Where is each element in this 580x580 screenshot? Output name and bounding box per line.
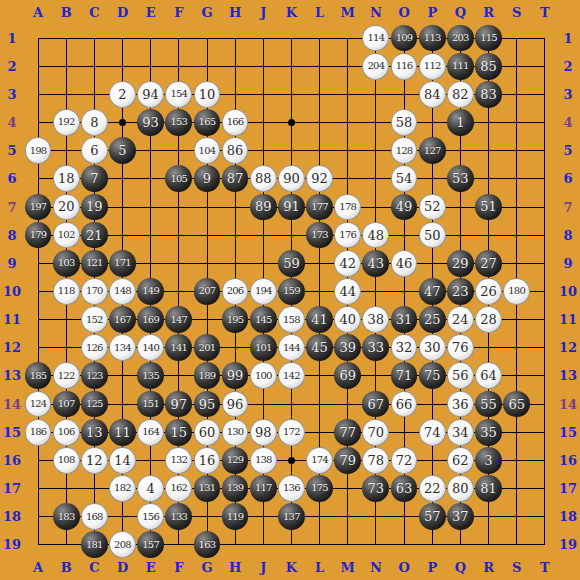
intersection-G6[interactable]: 9 [193,165,221,193]
intersection-S10[interactable]: 180 [503,277,531,305]
intersection-O6[interactable]: 54 [390,165,418,193]
intersection-T7[interactable] [531,193,559,221]
intersection-Q10[interactable]: 23 [446,277,474,305]
intersection-Q3[interactable]: 82 [446,80,474,108]
intersection-P19[interactable] [418,531,446,559]
intersection-E7[interactable] [137,193,165,221]
intersection-L13[interactable] [306,362,334,390]
intersection-B12[interactable] [52,334,80,362]
intersection-P17[interactable]: 22 [418,475,446,503]
intersection-E9[interactable] [137,249,165,277]
intersection-B15[interactable]: 106 [52,418,80,446]
intersection-J6[interactable]: 88 [249,165,277,193]
intersection-J16[interactable]: 138 [249,446,277,474]
intersection-T19[interactable] [531,531,559,559]
intersection-G7[interactable] [193,193,221,221]
intersection-L9[interactable] [306,249,334,277]
intersection-M8[interactable]: 176 [334,221,362,249]
intersection-J11[interactable]: 145 [249,306,277,334]
intersection-B13[interactable]: 122 [52,362,80,390]
intersection-L10[interactable] [306,277,334,305]
intersection-S7[interactable] [503,193,531,221]
intersection-F1[interactable] [165,24,193,52]
intersection-D8[interactable] [108,221,136,249]
intersection-Q14[interactable]: 36 [446,390,474,418]
intersection-P15[interactable]: 74 [418,418,446,446]
intersection-E19[interactable]: 157 [137,531,165,559]
intersection-O3[interactable] [390,80,418,108]
intersection-N6[interactable] [362,165,390,193]
intersection-O11[interactable]: 31 [390,306,418,334]
intersection-H16[interactable]: 129 [221,446,249,474]
intersection-T12[interactable] [531,334,559,362]
intersection-R15[interactable]: 35 [475,418,503,446]
intersection-K8[interactable] [277,221,305,249]
intersection-T2[interactable] [531,52,559,80]
intersection-O4[interactable]: 58 [390,108,418,136]
intersection-P10[interactable]: 47 [418,277,446,305]
intersection-F19[interactable] [165,531,193,559]
intersection-Q1[interactable]: 203 [446,24,474,52]
intersection-T15[interactable] [531,418,559,446]
intersection-C5[interactable]: 6 [80,137,108,165]
intersection-M10[interactable]: 44 [334,277,362,305]
intersection-Q11[interactable]: 24 [446,306,474,334]
intersection-R1[interactable]: 115 [475,24,503,52]
intersection-F10[interactable] [165,277,193,305]
intersection-S6[interactable] [503,165,531,193]
intersection-T13[interactable] [531,362,559,390]
intersection-C19[interactable]: 181 [80,531,108,559]
intersection-C9[interactable]: 121 [80,249,108,277]
intersection-B9[interactable]: 103 [52,249,80,277]
intersection-S3[interactable] [503,80,531,108]
intersection-B8[interactable]: 102 [52,221,80,249]
intersection-R3[interactable]: 83 [475,80,503,108]
intersection-D4[interactable] [108,108,136,136]
intersection-N8[interactable]: 48 [362,221,390,249]
intersection-R8[interactable] [475,221,503,249]
intersection-T1[interactable] [531,24,559,52]
intersection-N15[interactable]: 70 [362,418,390,446]
intersection-G10[interactable]: 207 [193,277,221,305]
intersection-O2[interactable]: 116 [390,52,418,80]
intersection-H14[interactable]: 96 [221,390,249,418]
intersection-F8[interactable] [165,221,193,249]
intersection-B7[interactable]: 20 [52,193,80,221]
intersection-L5[interactable] [306,137,334,165]
intersection-O17[interactable]: 63 [390,475,418,503]
intersection-R9[interactable]: 27 [475,249,503,277]
intersection-A13[interactable]: 185 [24,362,52,390]
intersection-T14[interactable] [531,390,559,418]
intersection-D2[interactable] [108,52,136,80]
intersection-C12[interactable]: 126 [80,334,108,362]
intersection-O12[interactable]: 32 [390,334,418,362]
intersection-K12[interactable]: 144 [277,334,305,362]
intersection-L17[interactable]: 175 [306,475,334,503]
intersection-G16[interactable]: 16 [193,446,221,474]
intersection-C2[interactable] [80,52,108,80]
intersection-N17[interactable]: 73 [362,475,390,503]
intersection-E14[interactable]: 151 [137,390,165,418]
intersection-M15[interactable]: 77 [334,418,362,446]
intersection-L3[interactable] [306,80,334,108]
intersection-R7[interactable]: 51 [475,193,503,221]
intersection-S13[interactable] [503,362,531,390]
intersection-E15[interactable]: 164 [137,418,165,446]
intersection-C7[interactable]: 19 [80,193,108,221]
intersection-E2[interactable] [137,52,165,80]
intersection-R6[interactable] [475,165,503,193]
intersection-Q12[interactable]: 76 [446,334,474,362]
intersection-P16[interactable] [418,446,446,474]
intersection-A18[interactable] [24,503,52,531]
intersection-K14[interactable] [277,390,305,418]
intersection-J13[interactable]: 100 [249,362,277,390]
intersection-H19[interactable] [221,531,249,559]
intersection-Q4[interactable]: 1 [446,108,474,136]
intersection-D11[interactable]: 167 [108,306,136,334]
intersection-A14[interactable]: 124 [24,390,52,418]
intersection-S19[interactable] [503,531,531,559]
intersection-F13[interactable] [165,362,193,390]
intersection-C18[interactable]: 168 [80,503,108,531]
intersection-A16[interactable] [24,446,52,474]
intersection-A4[interactable] [24,108,52,136]
intersection-R2[interactable]: 85 [475,52,503,80]
intersection-C14[interactable]: 125 [80,390,108,418]
intersection-G9[interactable] [193,249,221,277]
intersection-T3[interactable] [531,80,559,108]
intersection-F7[interactable] [165,193,193,221]
intersection-Q5[interactable] [446,137,474,165]
intersection-P11[interactable]: 25 [418,306,446,334]
intersection-H6[interactable]: 87 [221,165,249,193]
intersection-A3[interactable] [24,80,52,108]
intersection-O19[interactable] [390,531,418,559]
intersection-D5[interactable]: 5 [108,137,136,165]
intersection-H1[interactable] [221,24,249,52]
intersection-B5[interactable] [52,137,80,165]
intersection-N5[interactable] [362,137,390,165]
intersection-T17[interactable] [531,475,559,503]
go-board[interactable]: 1141091132031152041161121118529415410848… [24,24,559,559]
intersection-E18[interactable]: 156 [137,503,165,531]
intersection-D9[interactable]: 171 [108,249,136,277]
intersection-N13[interactable] [362,362,390,390]
intersection-Q18[interactable]: 37 [446,503,474,531]
intersection-Q6[interactable]: 53 [446,165,474,193]
intersection-P8[interactable]: 50 [418,221,446,249]
intersection-T6[interactable] [531,165,559,193]
intersection-E3[interactable]: 94 [137,80,165,108]
intersection-N14[interactable]: 67 [362,390,390,418]
intersection-K7[interactable]: 91 [277,193,305,221]
intersection-D17[interactable]: 182 [108,475,136,503]
intersection-K2[interactable] [277,52,305,80]
intersection-F16[interactable]: 132 [165,446,193,474]
intersection-L15[interactable] [306,418,334,446]
intersection-K10[interactable]: 159 [277,277,305,305]
intersection-M19[interactable] [334,531,362,559]
intersection-C8[interactable]: 21 [80,221,108,249]
intersection-E11[interactable]: 169 [137,306,165,334]
intersection-L12[interactable]: 45 [306,334,334,362]
intersection-L18[interactable] [306,503,334,531]
intersection-K4[interactable] [277,108,305,136]
intersection-K3[interactable] [277,80,305,108]
intersection-C16[interactable]: 12 [80,446,108,474]
intersection-G13[interactable]: 189 [193,362,221,390]
intersection-N18[interactable] [362,503,390,531]
intersection-C6[interactable]: 7 [80,165,108,193]
intersection-C17[interactable] [80,475,108,503]
intersection-F9[interactable] [165,249,193,277]
intersection-M5[interactable] [334,137,362,165]
intersection-E13[interactable]: 135 [137,362,165,390]
intersection-K6[interactable]: 90 [277,165,305,193]
intersection-P4[interactable] [418,108,446,136]
intersection-L14[interactable] [306,390,334,418]
intersection-A17[interactable] [24,475,52,503]
intersection-L19[interactable] [306,531,334,559]
intersection-P2[interactable]: 112 [418,52,446,80]
intersection-H13[interactable]: 99 [221,362,249,390]
intersection-J8[interactable] [249,221,277,249]
intersection-C1[interactable] [80,24,108,52]
intersection-J17[interactable]: 117 [249,475,277,503]
intersection-R14[interactable]: 55 [475,390,503,418]
intersection-M6[interactable] [334,165,362,193]
intersection-D6[interactable] [108,165,136,193]
intersection-Q16[interactable]: 62 [446,446,474,474]
intersection-D10[interactable]: 148 [108,277,136,305]
intersection-B16[interactable]: 108 [52,446,80,474]
intersection-G1[interactable] [193,24,221,52]
intersection-A10[interactable] [24,277,52,305]
intersection-H18[interactable]: 119 [221,503,249,531]
intersection-M13[interactable]: 69 [334,362,362,390]
intersection-S18[interactable] [503,503,531,531]
intersection-E4[interactable]: 93 [137,108,165,136]
intersection-H5[interactable]: 86 [221,137,249,165]
intersection-C10[interactable]: 170 [80,277,108,305]
intersection-G12[interactable]: 201 [193,334,221,362]
intersection-P13[interactable]: 75 [418,362,446,390]
intersection-H15[interactable]: 130 [221,418,249,446]
intersection-N7[interactable] [362,193,390,221]
intersection-J7[interactable]: 89 [249,193,277,221]
intersection-O13[interactable]: 71 [390,362,418,390]
intersection-K11[interactable]: 158 [277,306,305,334]
intersection-N1[interactable]: 114 [362,24,390,52]
intersection-B18[interactable]: 183 [52,503,80,531]
intersection-D15[interactable]: 11 [108,418,136,446]
intersection-P9[interactable] [418,249,446,277]
intersection-N2[interactable]: 204 [362,52,390,80]
intersection-A7[interactable]: 197 [24,193,52,221]
intersection-N9[interactable]: 43 [362,249,390,277]
intersection-R10[interactable]: 26 [475,277,503,305]
intersection-L1[interactable] [306,24,334,52]
intersection-J1[interactable] [249,24,277,52]
intersection-J2[interactable] [249,52,277,80]
intersection-K9[interactable]: 59 [277,249,305,277]
intersection-D3[interactable]: 2 [108,80,136,108]
intersection-K17[interactable]: 136 [277,475,305,503]
intersection-B2[interactable] [52,52,80,80]
intersection-D14[interactable] [108,390,136,418]
intersection-P3[interactable]: 84 [418,80,446,108]
intersection-N12[interactable]: 33 [362,334,390,362]
intersection-F14[interactable]: 97 [165,390,193,418]
intersection-D16[interactable]: 14 [108,446,136,474]
intersection-F11[interactable]: 147 [165,306,193,334]
intersection-E1[interactable] [137,24,165,52]
intersection-E6[interactable] [137,165,165,193]
intersection-G19[interactable]: 163 [193,531,221,559]
intersection-N16[interactable]: 78 [362,446,390,474]
intersection-O15[interactable] [390,418,418,446]
intersection-A6[interactable] [24,165,52,193]
intersection-N4[interactable] [362,108,390,136]
intersection-F17[interactable]: 162 [165,475,193,503]
intersection-P12[interactable]: 30 [418,334,446,362]
intersection-L6[interactable]: 92 [306,165,334,193]
intersection-H9[interactable] [221,249,249,277]
intersection-H2[interactable] [221,52,249,80]
intersection-D13[interactable] [108,362,136,390]
intersection-C11[interactable]: 152 [80,306,108,334]
intersection-A15[interactable]: 186 [24,418,52,446]
intersection-O9[interactable]: 46 [390,249,418,277]
intersection-E17[interactable]: 4 [137,475,165,503]
intersection-O14[interactable]: 66 [390,390,418,418]
intersection-R11[interactable]: 28 [475,306,503,334]
intersection-P14[interactable] [418,390,446,418]
intersection-M18[interactable] [334,503,362,531]
intersection-B17[interactable] [52,475,80,503]
intersection-M11[interactable]: 40 [334,306,362,334]
intersection-J14[interactable] [249,390,277,418]
intersection-S12[interactable] [503,334,531,362]
intersection-M3[interactable] [334,80,362,108]
intersection-A2[interactable] [24,52,52,80]
intersection-O16[interactable]: 72 [390,446,418,474]
intersection-E8[interactable] [137,221,165,249]
intersection-A12[interactable] [24,334,52,362]
intersection-J4[interactable] [249,108,277,136]
intersection-F2[interactable] [165,52,193,80]
intersection-T16[interactable] [531,446,559,474]
intersection-J3[interactable] [249,80,277,108]
intersection-L8[interactable]: 173 [306,221,334,249]
intersection-D12[interactable]: 134 [108,334,136,362]
intersection-K19[interactable] [277,531,305,559]
intersection-F4[interactable]: 153 [165,108,193,136]
intersection-M12[interactable]: 39 [334,334,362,362]
intersection-G17[interactable]: 131 [193,475,221,503]
intersection-P7[interactable]: 52 [418,193,446,221]
intersection-B6[interactable]: 18 [52,165,80,193]
intersection-G18[interactable] [193,503,221,531]
intersection-H17[interactable]: 139 [221,475,249,503]
intersection-R18[interactable] [475,503,503,531]
intersection-G14[interactable]: 95 [193,390,221,418]
intersection-P18[interactable]: 57 [418,503,446,531]
intersection-A1[interactable] [24,24,52,52]
intersection-T10[interactable] [531,277,559,305]
intersection-G4[interactable]: 165 [193,108,221,136]
intersection-H12[interactable] [221,334,249,362]
intersection-E5[interactable] [137,137,165,165]
intersection-B10[interactable]: 118 [52,277,80,305]
intersection-A9[interactable] [24,249,52,277]
intersection-N3[interactable] [362,80,390,108]
intersection-J9[interactable] [249,249,277,277]
intersection-G11[interactable] [193,306,221,334]
intersection-A11[interactable] [24,306,52,334]
intersection-B3[interactable] [52,80,80,108]
intersection-K13[interactable]: 142 [277,362,305,390]
intersection-G8[interactable] [193,221,221,249]
intersection-O18[interactable] [390,503,418,531]
intersection-A5[interactable]: 198 [24,137,52,165]
intersection-P6[interactable] [418,165,446,193]
intersection-T11[interactable] [531,306,559,334]
intersection-K15[interactable]: 172 [277,418,305,446]
intersection-G3[interactable]: 10 [193,80,221,108]
intersection-F6[interactable]: 105 [165,165,193,193]
intersection-R5[interactable] [475,137,503,165]
intersection-Q9[interactable]: 29 [446,249,474,277]
intersection-A19[interactable] [24,531,52,559]
intersection-D19[interactable]: 208 [108,531,136,559]
intersection-Q7[interactable] [446,193,474,221]
intersection-S9[interactable] [503,249,531,277]
intersection-N11[interactable]: 38 [362,306,390,334]
intersection-R13[interactable]: 64 [475,362,503,390]
intersection-M16[interactable]: 79 [334,446,362,474]
intersection-H11[interactable]: 195 [221,306,249,334]
intersection-F3[interactable]: 154 [165,80,193,108]
intersection-K5[interactable] [277,137,305,165]
intersection-Q17[interactable]: 80 [446,475,474,503]
intersection-O8[interactable] [390,221,418,249]
intersection-G5[interactable]: 104 [193,137,221,165]
intersection-K16[interactable] [277,446,305,474]
intersection-L2[interactable] [306,52,334,80]
intersection-G2[interactable] [193,52,221,80]
intersection-L4[interactable] [306,108,334,136]
intersection-R19[interactable] [475,531,503,559]
intersection-K1[interactable] [277,24,305,52]
intersection-B4[interactable]: 192 [52,108,80,136]
intersection-S5[interactable] [503,137,531,165]
intersection-M9[interactable]: 42 [334,249,362,277]
intersection-N19[interactable] [362,531,390,559]
intersection-L7[interactable]: 177 [306,193,334,221]
intersection-M1[interactable] [334,24,362,52]
intersection-M17[interactable] [334,475,362,503]
intersection-P1[interactable]: 113 [418,24,446,52]
intersection-M4[interactable] [334,108,362,136]
intersection-S14[interactable]: 65 [503,390,531,418]
intersection-C3[interactable] [80,80,108,108]
intersection-R16[interactable]: 3 [475,446,503,474]
intersection-R12[interactable] [475,334,503,362]
